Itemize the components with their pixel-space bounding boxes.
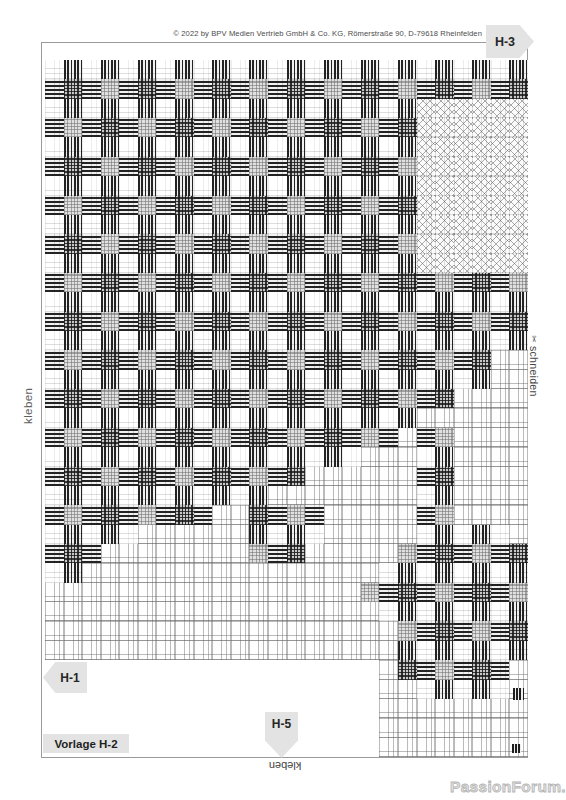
pattern-cell bbox=[417, 99, 436, 118]
pattern-cell bbox=[509, 79, 528, 98]
pattern-cell bbox=[361, 118, 380, 137]
pattern-cell bbox=[101, 196, 120, 215]
pattern-cell bbox=[175, 215, 194, 234]
pattern-cell bbox=[398, 660, 417, 679]
pattern-cell bbox=[138, 621, 157, 640]
pattern-cell bbox=[305, 486, 324, 505]
pattern-cell bbox=[119, 350, 138, 369]
pattern-cell bbox=[472, 234, 491, 253]
pattern-cell bbox=[138, 254, 157, 273]
pattern-cell bbox=[156, 350, 175, 369]
pattern-cell bbox=[398, 137, 417, 156]
pattern-cell bbox=[342, 486, 361, 505]
pattern-cell bbox=[212, 389, 231, 408]
pattern-cell bbox=[212, 79, 231, 98]
pattern-cell bbox=[379, 389, 398, 408]
pattern-cell bbox=[64, 254, 83, 273]
pattern-cell bbox=[379, 467, 398, 486]
pattern-cell bbox=[509, 447, 528, 466]
pattern-cell bbox=[324, 408, 343, 427]
pattern-cell bbox=[417, 525, 436, 544]
pattern-cell bbox=[101, 292, 120, 311]
pattern-cell bbox=[156, 118, 175, 137]
pattern-cell bbox=[454, 544, 473, 563]
pattern-cell bbox=[231, 428, 250, 447]
pattern-cell bbox=[454, 660, 473, 679]
pattern-cell bbox=[64, 350, 83, 369]
pattern-cell bbox=[324, 718, 343, 737]
pattern-cell bbox=[231, 660, 250, 679]
pattern-cell bbox=[268, 428, 287, 447]
pattern-cell bbox=[417, 137, 436, 156]
pattern-cell bbox=[156, 215, 175, 234]
pattern-cell bbox=[491, 563, 510, 582]
pattern-cell bbox=[417, 389, 436, 408]
pattern-cell bbox=[231, 718, 250, 737]
pattern-cell bbox=[324, 447, 343, 466]
pattern-cell bbox=[398, 79, 417, 98]
pattern-cell bbox=[379, 60, 398, 79]
pattern-cell bbox=[472, 137, 491, 156]
pattern-cell bbox=[361, 196, 380, 215]
pattern-cell bbox=[138, 660, 157, 679]
pattern-cell bbox=[82, 389, 101, 408]
pattern-cell bbox=[398, 738, 417, 757]
cut-edge-text: schneiden bbox=[528, 346, 540, 397]
pattern-cell bbox=[268, 486, 287, 505]
pattern-cell bbox=[435, 583, 454, 602]
pattern-cell bbox=[417, 738, 436, 757]
pattern-cell bbox=[435, 60, 454, 79]
pattern-cell bbox=[509, 350, 528, 369]
pattern-cell bbox=[454, 641, 473, 660]
pattern-cell bbox=[156, 157, 175, 176]
pattern-cell bbox=[324, 738, 343, 757]
pattern-cell bbox=[119, 563, 138, 582]
pattern-cell bbox=[119, 447, 138, 466]
pattern-cell bbox=[361, 738, 380, 757]
pattern-cell bbox=[417, 234, 436, 253]
pattern-cell bbox=[305, 79, 324, 98]
pattern-cell bbox=[64, 602, 83, 621]
pattern-cell bbox=[268, 196, 287, 215]
pattern-cell bbox=[249, 563, 268, 582]
pattern-cell bbox=[379, 738, 398, 757]
pattern-cell bbox=[305, 660, 324, 679]
pattern-cell bbox=[491, 408, 510, 427]
pattern-cell bbox=[342, 234, 361, 253]
pattern-cell bbox=[45, 99, 64, 118]
pattern-cell bbox=[249, 292, 268, 311]
pattern-cell bbox=[175, 680, 194, 699]
pattern-cell bbox=[268, 408, 287, 427]
pattern-cell bbox=[379, 563, 398, 582]
pattern-cell bbox=[305, 718, 324, 737]
pattern-cell bbox=[249, 157, 268, 176]
pattern-cell bbox=[175, 312, 194, 331]
pattern-cell bbox=[156, 292, 175, 311]
pattern-cell bbox=[138, 718, 157, 737]
pattern-cell bbox=[156, 718, 175, 737]
pattern-cell bbox=[491, 486, 510, 505]
pattern-cell bbox=[119, 79, 138, 98]
pattern-cell bbox=[119, 176, 138, 195]
pattern-cell bbox=[119, 428, 138, 447]
pattern-cell bbox=[435, 486, 454, 505]
pattern-cell bbox=[454, 563, 473, 582]
pattern-cell bbox=[379, 137, 398, 156]
pattern-cell bbox=[82, 641, 101, 660]
pattern-cell bbox=[379, 525, 398, 544]
pattern-cell bbox=[64, 370, 83, 389]
pattern-cell bbox=[231, 583, 250, 602]
pattern-cell bbox=[231, 350, 250, 369]
pattern-cell bbox=[175, 699, 194, 718]
pattern-cell bbox=[268, 137, 287, 156]
pattern-cell bbox=[454, 118, 473, 137]
pattern-cell bbox=[82, 408, 101, 427]
pattern-cell bbox=[361, 137, 380, 156]
pattern-cell bbox=[324, 660, 343, 679]
pattern-cell bbox=[324, 79, 343, 98]
pattern-cell bbox=[175, 641, 194, 660]
pattern-cell bbox=[82, 196, 101, 215]
pattern-cell bbox=[417, 428, 436, 447]
pattern-cell bbox=[82, 215, 101, 234]
pattern-cell bbox=[45, 118, 64, 137]
pattern-cell bbox=[509, 525, 528, 544]
pattern-cell bbox=[212, 312, 231, 331]
pattern-cell bbox=[156, 79, 175, 98]
pattern-cell bbox=[45, 350, 64, 369]
pattern-cell bbox=[472, 680, 491, 699]
pattern-cell bbox=[156, 408, 175, 427]
pattern-cell bbox=[101, 525, 120, 544]
pattern-cell bbox=[138, 563, 157, 582]
pattern-cell bbox=[64, 408, 83, 427]
pattern-cell bbox=[194, 99, 213, 118]
pattern-cell bbox=[45, 583, 64, 602]
pattern-cell bbox=[231, 292, 250, 311]
pattern-cell bbox=[472, 118, 491, 137]
pattern-cell bbox=[435, 215, 454, 234]
pattern-cell bbox=[417, 467, 436, 486]
pattern-cell bbox=[138, 428, 157, 447]
pattern-cell bbox=[138, 389, 157, 408]
pattern-cell bbox=[249, 350, 268, 369]
pattern-cell bbox=[379, 350, 398, 369]
pattern-cell bbox=[64, 292, 83, 311]
pattern-cell bbox=[417, 292, 436, 311]
pattern-cell bbox=[249, 621, 268, 640]
pattern-cell bbox=[398, 718, 417, 737]
pattern-cell bbox=[175, 99, 194, 118]
pattern-cell bbox=[249, 467, 268, 486]
pattern-cell bbox=[417, 621, 436, 640]
pattern-cell bbox=[119, 137, 138, 156]
pattern-cell bbox=[156, 254, 175, 273]
pattern-cell bbox=[417, 486, 436, 505]
pattern-cell bbox=[398, 234, 417, 253]
pattern-cell bbox=[101, 447, 120, 466]
pattern-cell bbox=[101, 79, 120, 98]
pattern-cell bbox=[175, 196, 194, 215]
pattern-cell bbox=[379, 292, 398, 311]
pattern-cell bbox=[509, 544, 528, 563]
pattern-cell bbox=[175, 525, 194, 544]
pattern-cell bbox=[64, 467, 83, 486]
pattern-cell bbox=[287, 350, 306, 369]
pattern-cell bbox=[268, 215, 287, 234]
pattern-cell bbox=[138, 234, 157, 253]
pattern-cell bbox=[45, 196, 64, 215]
pattern-cell bbox=[101, 428, 120, 447]
pattern-cell bbox=[454, 621, 473, 640]
pattern-cell bbox=[472, 718, 491, 737]
pattern-cell bbox=[435, 157, 454, 176]
pattern-cell bbox=[342, 738, 361, 757]
pattern-cell bbox=[156, 486, 175, 505]
pattern-cell bbox=[82, 234, 101, 253]
pattern-cell bbox=[45, 525, 64, 544]
pattern-cell bbox=[45, 254, 64, 273]
pattern-cell bbox=[379, 408, 398, 427]
pattern-cell bbox=[472, 699, 491, 718]
pattern-cell bbox=[138, 79, 157, 98]
pattern-cell bbox=[231, 389, 250, 408]
pattern-cell bbox=[194, 408, 213, 427]
pattern-cell bbox=[454, 602, 473, 621]
pattern-cell bbox=[156, 641, 175, 660]
pattern-cell bbox=[472, 641, 491, 660]
pattern-cell bbox=[231, 273, 250, 292]
pattern-cell bbox=[454, 447, 473, 466]
pattern-cell bbox=[287, 176, 306, 195]
pattern-cell bbox=[212, 137, 231, 156]
pattern-cell bbox=[379, 505, 398, 524]
pattern-cell bbox=[64, 118, 83, 137]
pattern-cell bbox=[156, 738, 175, 757]
pattern-cell bbox=[491, 234, 510, 253]
pattern-cell bbox=[175, 157, 194, 176]
pattern-cell bbox=[417, 583, 436, 602]
pattern-cell bbox=[231, 157, 250, 176]
pattern-cell bbox=[342, 525, 361, 544]
pattern-cell bbox=[287, 447, 306, 466]
pattern-cell bbox=[212, 602, 231, 621]
pattern-cell bbox=[101, 583, 120, 602]
pattern-cell bbox=[64, 79, 83, 98]
pattern-cell bbox=[379, 621, 398, 640]
pattern-cell bbox=[305, 389, 324, 408]
pattern-cell bbox=[305, 525, 324, 544]
pattern-cell bbox=[287, 602, 306, 621]
glue-edge-label-bottom: kleben bbox=[262, 760, 308, 772]
pattern-cell bbox=[435, 254, 454, 273]
pattern-cell bbox=[175, 563, 194, 582]
pattern-cell bbox=[194, 486, 213, 505]
pattern-cell bbox=[342, 60, 361, 79]
pattern-cell bbox=[324, 176, 343, 195]
pattern-cell bbox=[305, 157, 324, 176]
pattern-cell bbox=[342, 312, 361, 331]
pattern-cell bbox=[472, 312, 491, 331]
pattern-cell bbox=[454, 331, 473, 350]
pattern-cell bbox=[194, 312, 213, 331]
pattern-cell bbox=[472, 621, 491, 640]
pattern-cell bbox=[472, 602, 491, 621]
pattern-cell bbox=[361, 176, 380, 195]
pattern-cell bbox=[324, 350, 343, 369]
pattern-cell bbox=[194, 292, 213, 311]
pattern-cell bbox=[138, 699, 157, 718]
pattern-cell bbox=[82, 273, 101, 292]
pattern-cell bbox=[324, 602, 343, 621]
scissors-icon: ✂ bbox=[529, 335, 539, 343]
pattern-cell bbox=[398, 331, 417, 350]
pattern-cell bbox=[45, 408, 64, 427]
pattern-cell bbox=[435, 234, 454, 253]
pattern-cell bbox=[231, 680, 250, 699]
pattern-cell bbox=[435, 99, 454, 118]
pattern-cell bbox=[305, 738, 324, 757]
pattern-cell bbox=[398, 118, 417, 137]
pattern-cell bbox=[287, 331, 306, 350]
pattern-cell bbox=[305, 447, 324, 466]
pattern-cell bbox=[64, 215, 83, 234]
pattern-cell bbox=[45, 641, 64, 660]
pattern-cell bbox=[509, 137, 528, 156]
pattern-cell bbox=[472, 273, 491, 292]
pattern-cell bbox=[138, 583, 157, 602]
pattern-cell bbox=[342, 641, 361, 660]
pattern-cell bbox=[398, 254, 417, 273]
pattern-cell bbox=[491, 157, 510, 176]
pattern-cell bbox=[491, 389, 510, 408]
pattern-cell bbox=[101, 544, 120, 563]
pattern-cell bbox=[101, 176, 120, 195]
pattern-cell bbox=[342, 505, 361, 524]
pattern-cell bbox=[231, 505, 250, 524]
pattern-cell bbox=[509, 486, 528, 505]
pattern-cell bbox=[435, 292, 454, 311]
pattern-cell bbox=[212, 60, 231, 79]
pattern-cell bbox=[435, 641, 454, 660]
pattern-cell bbox=[212, 660, 231, 679]
pattern-cell bbox=[454, 196, 473, 215]
pattern-cell bbox=[342, 680, 361, 699]
pattern-cell bbox=[417, 118, 436, 137]
pattern-cell bbox=[417, 79, 436, 98]
pattern-cell bbox=[509, 563, 528, 582]
pattern-cell bbox=[231, 234, 250, 253]
pattern-cell bbox=[119, 292, 138, 311]
pattern-cell bbox=[398, 583, 417, 602]
pattern-cell bbox=[249, 641, 268, 660]
pattern-cell bbox=[156, 389, 175, 408]
pattern-cell bbox=[287, 292, 306, 311]
pattern-cell bbox=[101, 486, 120, 505]
pattern-cell bbox=[417, 254, 436, 273]
pattern-cell bbox=[45, 699, 64, 718]
pattern-cell bbox=[361, 699, 380, 718]
pattern-cell bbox=[454, 583, 473, 602]
pattern-cell bbox=[398, 486, 417, 505]
pattern-cell bbox=[231, 467, 250, 486]
pattern-cell bbox=[454, 292, 473, 311]
pattern-cell bbox=[454, 486, 473, 505]
pattern-cell bbox=[268, 660, 287, 679]
pattern-cell bbox=[287, 408, 306, 427]
pattern-cell bbox=[82, 60, 101, 79]
pattern-cell bbox=[82, 79, 101, 98]
pattern-cell bbox=[231, 408, 250, 427]
pattern-cell bbox=[101, 60, 120, 79]
pattern-cell bbox=[138, 680, 157, 699]
pattern-cell bbox=[398, 60, 417, 79]
pattern-cell bbox=[175, 60, 194, 79]
pattern-cell bbox=[194, 331, 213, 350]
pattern-cell bbox=[138, 118, 157, 137]
pattern-cell bbox=[324, 137, 343, 156]
pattern-cell bbox=[268, 254, 287, 273]
pattern-cell bbox=[194, 196, 213, 215]
pattern-cell bbox=[82, 602, 101, 621]
pattern-cell bbox=[435, 525, 454, 544]
pattern-cell bbox=[435, 331, 454, 350]
pattern-cell bbox=[491, 467, 510, 486]
pattern-cell bbox=[324, 292, 343, 311]
pattern-cell bbox=[435, 137, 454, 156]
pattern-cell bbox=[398, 641, 417, 660]
pattern-cell bbox=[361, 254, 380, 273]
pattern-cell bbox=[398, 273, 417, 292]
pattern-cell bbox=[324, 370, 343, 389]
pattern-cell bbox=[342, 350, 361, 369]
pattern-cell bbox=[509, 176, 528, 195]
pattern-cell bbox=[324, 544, 343, 563]
pattern-cell bbox=[119, 118, 138, 137]
pattern-cell bbox=[231, 641, 250, 660]
pattern-cell bbox=[45, 467, 64, 486]
pattern-cell bbox=[398, 292, 417, 311]
pattern-cell bbox=[119, 505, 138, 524]
pattern-cell bbox=[194, 660, 213, 679]
pattern-cell bbox=[212, 621, 231, 640]
pattern-cell bbox=[324, 254, 343, 273]
pattern-cell bbox=[361, 447, 380, 466]
pattern-cell bbox=[231, 137, 250, 156]
pattern-cell bbox=[491, 273, 510, 292]
pattern-cell bbox=[287, 467, 306, 486]
pattern-cell bbox=[509, 99, 528, 118]
pattern-cell bbox=[268, 641, 287, 660]
pattern-cell bbox=[82, 254, 101, 273]
pattern-cell bbox=[212, 254, 231, 273]
pattern-cell bbox=[212, 505, 231, 524]
pattern-cell bbox=[101, 99, 120, 118]
pattern-cell bbox=[379, 428, 398, 447]
pattern-cell bbox=[417, 680, 436, 699]
pattern-cell bbox=[398, 525, 417, 544]
pattern-cell bbox=[324, 234, 343, 253]
pattern-cell bbox=[64, 621, 83, 640]
pattern-cell bbox=[509, 641, 528, 660]
pattern-cell bbox=[45, 563, 64, 582]
pattern-cell bbox=[435, 621, 454, 640]
pattern-cell bbox=[324, 641, 343, 660]
pattern-cell bbox=[379, 699, 398, 718]
